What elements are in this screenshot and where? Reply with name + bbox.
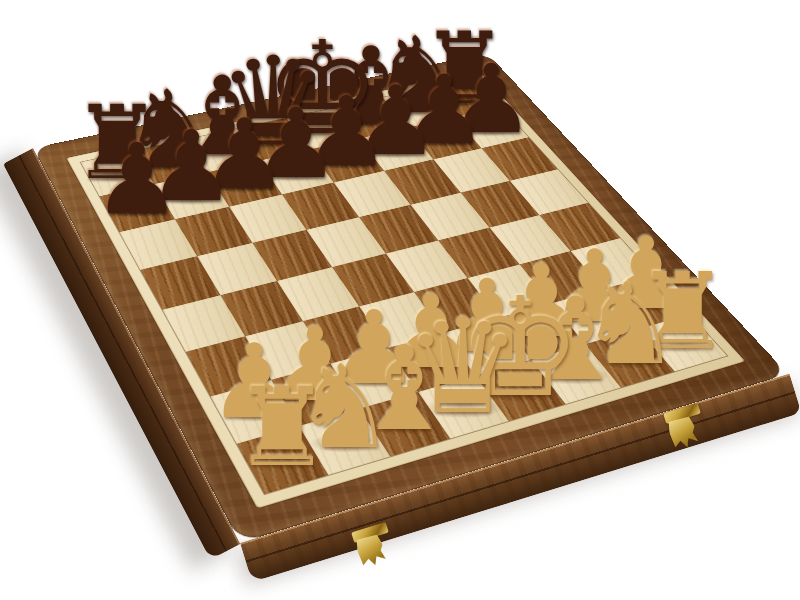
chess-set-product-photo: ♜♞♝♛♚♝♞♜♟♟♟♟♟♟♟♟♟♟♟♟♟♟♟♟♜♞♝♛♚♝♞♜ bbox=[0, 0, 800, 600]
